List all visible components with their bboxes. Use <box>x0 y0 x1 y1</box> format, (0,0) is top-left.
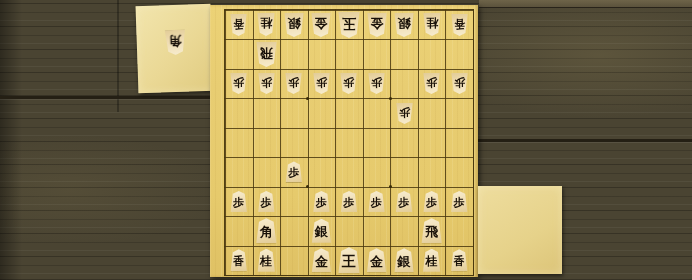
piece-gote-飛[interactable]: 飛 <box>256 42 277 67</box>
cell-7b[interactable] <box>280 39 308 68</box>
cell-3h[interactable] <box>390 216 418 245</box>
piece-gote-歩[interactable]: 歩 <box>340 73 357 94</box>
piece-sente-歩[interactable]: 歩 <box>368 191 385 212</box>
cell-4b[interactable] <box>363 39 391 68</box>
cell-1a[interactable]: 香 <box>445 10 473 39</box>
cell-3i[interactable]: 銀 <box>390 246 418 275</box>
cell-2g[interactable]: 歩 <box>418 187 446 216</box>
piece-sente-飛[interactable]: 飛 <box>421 218 442 243</box>
cell-9f[interactable] <box>225 157 253 186</box>
piece-gote-香[interactable]: 香 <box>451 14 468 36</box>
cell-6i[interactable]: 金 <box>308 246 336 275</box>
cell-1g[interactable]: 歩 <box>445 187 473 216</box>
piece-sente-歩[interactable]: 歩 <box>396 191 413 212</box>
cell-2c[interactable]: 歩 <box>418 69 446 98</box>
piece-gote-歩[interactable]: 歩 <box>451 73 468 94</box>
table-edge-shadow <box>0 0 22 280</box>
board-grid: 香桂銀金玉金銀桂香飛歩歩歩歩歩歩歩歩歩歩歩歩歩歩歩歩歩歩角銀飛香桂金王金銀桂香 <box>224 9 474 276</box>
piece-sente-桂[interactable]: 桂 <box>423 249 441 272</box>
cell-6c[interactable]: 歩 <box>308 69 336 98</box>
cell-7g[interactable] <box>280 187 308 216</box>
piece-sente-銀[interactable]: 銀 <box>394 248 414 272</box>
cell-8b[interactable]: 飛 <box>253 39 281 68</box>
cell-4g[interactable]: 歩 <box>363 187 391 216</box>
cell-7c[interactable]: 歩 <box>280 69 308 98</box>
piece-gote-歩[interactable]: 歩 <box>396 103 413 124</box>
piece-sente-歩[interactable]: 歩 <box>423 191 440 212</box>
star-point <box>306 97 309 100</box>
cell-5h[interactable] <box>335 216 363 245</box>
cell-4a[interactable]: 金 <box>363 10 391 39</box>
piece-gote-歩[interactable]: 歩 <box>285 73 302 94</box>
cell-3f[interactable] <box>390 157 418 186</box>
piece-sente-歩[interactable]: 歩 <box>340 191 357 212</box>
cell-5f[interactable] <box>335 157 363 186</box>
piece-sente-歩[interactable]: 歩 <box>451 191 468 212</box>
piece-gote-玉[interactable]: 玉 <box>338 12 360 38</box>
cell-1e[interactable] <box>445 128 473 157</box>
piece-sente-歩[interactable]: 歩 <box>313 191 330 212</box>
cell-8f[interactable] <box>253 157 281 186</box>
piece-gote-歩[interactable]: 歩 <box>258 73 275 94</box>
cell-3g[interactable]: 歩 <box>390 187 418 216</box>
piece-sente-金[interactable]: 金 <box>367 248 387 272</box>
cell-7a[interactable]: 銀 <box>280 10 308 39</box>
cell-6a[interactable]: 金 <box>308 10 336 39</box>
piece-sente-王[interactable]: 王 <box>338 247 360 273</box>
cell-1c[interactable]: 歩 <box>445 69 473 98</box>
cell-2h[interactable]: 飛 <box>418 216 446 245</box>
cell-7e[interactable] <box>280 128 308 157</box>
cell-3c[interactable] <box>390 69 418 98</box>
piece-gote-金[interactable]: 金 <box>367 13 387 37</box>
cell-2e[interactable] <box>418 128 446 157</box>
cell-5c[interactable]: 歩 <box>335 69 363 98</box>
cell-6e[interactable] <box>308 128 336 157</box>
cell-9h[interactable] <box>225 216 253 245</box>
shogi-scene: 角 香桂銀金玉金銀桂香飛歩歩歩歩歩歩歩歩歩歩歩歩歩歩歩歩歩歩角銀飛香桂金王金銀桂… <box>0 0 692 280</box>
star-point <box>306 185 309 188</box>
hand-piece-gote-角[interactable]: 角 <box>164 30 186 56</box>
cell-6h[interactable]: 銀 <box>308 216 336 245</box>
star-point <box>389 97 392 100</box>
cell-6f[interactable] <box>308 157 336 186</box>
cell-4i[interactable]: 金 <box>363 246 391 275</box>
cell-1f[interactable] <box>445 157 473 186</box>
piece-sente-銀[interactable]: 銀 <box>311 219 331 243</box>
cell-8c[interactable]: 歩 <box>253 69 281 98</box>
cell-8a[interactable]: 桂 <box>253 10 281 39</box>
cell-8i[interactable]: 桂 <box>253 246 281 275</box>
table-plank-edge-top <box>479 0 692 8</box>
cell-6g[interactable]: 歩 <box>308 187 336 216</box>
cell-3d[interactable]: 歩 <box>390 98 418 127</box>
cell-5d[interactable] <box>335 98 363 127</box>
cell-3b[interactable] <box>390 39 418 68</box>
cell-2i[interactable]: 桂 <box>418 246 446 275</box>
cell-6d[interactable] <box>308 98 336 127</box>
piece-gote-銀[interactable]: 銀 <box>394 13 414 37</box>
piece-sente-角[interactable]: 角 <box>256 218 277 243</box>
cell-5e[interactable] <box>335 128 363 157</box>
table-plank-seam-right <box>478 139 692 142</box>
piece-gote-香[interactable]: 香 <box>230 14 247 36</box>
cell-3e[interactable] <box>390 128 418 157</box>
cell-4f[interactable] <box>363 157 391 186</box>
piece-gote-歩[interactable]: 歩 <box>368 73 385 94</box>
piece-sente-歩[interactable]: 歩 <box>230 191 247 212</box>
cell-6b[interactable] <box>308 39 336 68</box>
piece-sente-歩[interactable]: 歩 <box>285 161 302 182</box>
cell-9e[interactable] <box>225 128 253 157</box>
shogi-board: 香桂銀金玉金銀桂香飛歩歩歩歩歩歩歩歩歩歩歩歩歩歩歩歩歩歩角銀飛香桂金王金銀桂香 <box>210 5 478 277</box>
piece-gote-歩[interactable]: 歩 <box>313 73 330 94</box>
table-plank-seam-left <box>0 96 210 99</box>
cell-8d[interactable] <box>253 98 281 127</box>
cell-7d[interactable] <box>280 98 308 127</box>
cell-3a[interactable]: 銀 <box>390 10 418 39</box>
cell-7i[interactable] <box>280 246 308 275</box>
cell-9c[interactable]: 歩 <box>225 69 253 98</box>
cell-9d[interactable] <box>225 98 253 127</box>
cell-7h[interactable] <box>280 216 308 245</box>
cell-2d[interactable] <box>418 98 446 127</box>
star-point <box>389 185 392 188</box>
cell-1i[interactable]: 香 <box>445 246 473 275</box>
cell-4h[interactable] <box>363 216 391 245</box>
piece-gote-桂[interactable]: 桂 <box>423 13 441 36</box>
cell-9a[interactable]: 香 <box>225 10 253 39</box>
cell-5i[interactable]: 王 <box>335 246 363 275</box>
cell-7f[interactable]: 歩 <box>280 157 308 186</box>
piece-gote-歩[interactable]: 歩 <box>230 73 247 94</box>
cell-9g[interactable]: 歩 <box>225 187 253 216</box>
cell-5g[interactable]: 歩 <box>335 187 363 216</box>
piece-sente-歩[interactable]: 歩 <box>258 191 275 212</box>
cell-4d[interactable] <box>363 98 391 127</box>
cell-5a[interactable]: 玉 <box>335 10 363 39</box>
piece-sente-桂[interactable]: 桂 <box>257 249 275 272</box>
piece-sente-金[interactable]: 金 <box>311 248 331 272</box>
cell-2b[interactable] <box>418 39 446 68</box>
cell-4c[interactable]: 歩 <box>363 69 391 98</box>
cell-4e[interactable] <box>363 128 391 157</box>
cell-2f[interactable] <box>418 157 446 186</box>
piece-gote-金[interactable]: 金 <box>311 13 331 37</box>
cell-8h[interactable]: 角 <box>253 216 281 245</box>
cell-9b[interactable] <box>225 39 253 68</box>
cell-8g[interactable]: 歩 <box>253 187 281 216</box>
cell-8e[interactable] <box>253 128 281 157</box>
cell-5b[interactable] <box>335 39 363 68</box>
cell-9i[interactable]: 香 <box>225 246 253 275</box>
piece-sente-香[interactable]: 香 <box>230 249 247 271</box>
piece-gote-銀[interactable]: 銀 <box>284 13 304 37</box>
cell-1h[interactable] <box>445 216 473 245</box>
piece-sente-香[interactable]: 香 <box>451 249 468 271</box>
piece-gote-桂[interactable]: 桂 <box>257 13 275 36</box>
cell-2a[interactable]: 桂 <box>418 10 446 39</box>
cell-1d[interactable] <box>445 98 473 127</box>
komadai-gote[interactable]: 角 <box>136 4 214 94</box>
cell-1b[interactable] <box>445 39 473 68</box>
komadai-sente[interactable] <box>478 186 562 274</box>
piece-gote-歩[interactable]: 歩 <box>423 73 440 94</box>
